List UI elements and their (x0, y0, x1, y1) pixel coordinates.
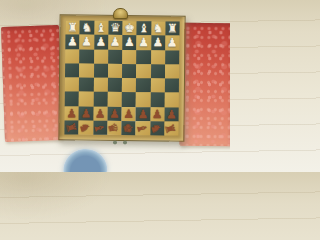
white-piece-R[interactable]: ♜ (167, 23, 178, 35)
square-r5c2[interactable] (79, 78, 93, 92)
square-r4c1[interactable] (65, 63, 79, 77)
square-r2c7[interactable]: ♟ (151, 36, 165, 50)
red-piece-P[interactable]: ♟ (66, 107, 77, 119)
square-r5c8[interactable] (165, 78, 179, 92)
square-r7c2[interactable]: ♟ (79, 106, 93, 120)
square-r4c7[interactable] (150, 64, 164, 78)
red-piece-P[interactable]: ♟ (109, 107, 120, 119)
square-r3c5[interactable] (122, 50, 136, 64)
square-r3c6[interactable] (136, 50, 150, 64)
red-piece-P[interactable]: ♟ (81, 107, 92, 119)
square-r8c8[interactable]: ♜ (164, 121, 178, 135)
square-r2c3[interactable]: ♟ (94, 35, 108, 49)
red-piece-R[interactable]: ♜ (163, 122, 177, 136)
white-piece-Q[interactable]: ♛ (110, 22, 121, 34)
white-piece-R[interactable]: ♜ (67, 22, 78, 34)
red-piece-P[interactable]: ♟ (95, 107, 106, 119)
square-r5c1[interactable] (65, 77, 79, 91)
square-r2c1[interactable]: ♟ (65, 35, 79, 49)
red-piece-K[interactable]: ♚ (120, 121, 134, 135)
red-piece-B[interactable]: ♝ (92, 121, 106, 135)
square-r6c3[interactable] (93, 92, 107, 106)
brass-latch[interactable] (113, 8, 128, 19)
square-r1c4[interactable]: ♛ (108, 21, 122, 35)
white-piece-N[interactable]: ♞ (153, 22, 164, 34)
square-r4c4[interactable] (108, 64, 122, 78)
square-r3c2[interactable] (79, 49, 93, 63)
square-r7c6[interactable]: ♟ (136, 107, 150, 121)
red-piece-R[interactable]: ♜ (63, 121, 77, 135)
square-r3c4[interactable] (108, 49, 122, 63)
square-r4c5[interactable] (122, 64, 136, 78)
square-r5c7[interactable] (150, 78, 164, 92)
red-brocade-panel-right (179, 23, 230, 146)
red-piece-P[interactable]: ♟ (166, 108, 177, 120)
red-piece-P[interactable]: ♟ (138, 108, 149, 120)
square-r2c2[interactable]: ♟ (80, 35, 94, 49)
square-r6c1[interactable] (65, 92, 79, 106)
square-r5c5[interactable] (122, 78, 136, 92)
square-r3c8[interactable] (165, 50, 179, 64)
square-r1c2[interactable]: ♞ (80, 21, 94, 35)
square-r6c4[interactable] (107, 92, 121, 106)
white-piece-P[interactable]: ♟ (96, 36, 107, 48)
square-r7c1[interactable]: ♟ (65, 106, 79, 120)
square-r2c5[interactable]: ♟ (122, 35, 136, 49)
square-r1c8[interactable]: ♜ (165, 21, 179, 35)
square-r7c7[interactable]: ♟ (150, 107, 164, 121)
red-piece-P[interactable]: ♟ (152, 108, 163, 120)
square-r4c3[interactable] (94, 63, 108, 77)
white-piece-N[interactable]: ♞ (81, 22, 92, 34)
square-r1c5[interactable]: ♚ (122, 21, 136, 35)
square-r3c1[interactable] (65, 49, 79, 63)
chess-board-grid: ♜♞♝♛♚♝♞♜♟♟♟♟♟♟♟♟♟♟♟♟♟♟♟♟♜♞♝♛♚♝♞♜ (64, 20, 179, 135)
square-r7c5[interactable]: ♟ (122, 106, 136, 120)
square-r1c1[interactable]: ♜ (65, 20, 79, 34)
red-piece-P[interactable]: ♟ (123, 108, 134, 120)
red-piece-B[interactable]: ♝ (135, 122, 149, 136)
white-piece-P[interactable]: ♟ (138, 37, 149, 49)
white-piece-K[interactable]: ♚ (124, 22, 135, 34)
white-piece-B[interactable]: ♝ (96, 22, 107, 34)
square-r6c6[interactable] (136, 92, 150, 106)
white-piece-P[interactable]: ♟ (153, 37, 164, 49)
square-r6c8[interactable] (164, 93, 178, 107)
square-r7c8[interactable]: ♟ (164, 107, 178, 121)
square-r8c4[interactable]: ♛ (107, 121, 121, 135)
square-r3c3[interactable] (94, 49, 108, 63)
red-brocade-panel-left (1, 25, 63, 142)
square-r1c6[interactable]: ♝ (137, 21, 151, 35)
square-r5c4[interactable] (108, 78, 122, 92)
square-r7c3[interactable]: ♟ (93, 106, 107, 120)
square-r6c2[interactable] (79, 92, 93, 106)
square-r4c8[interactable] (165, 64, 179, 78)
white-piece-P[interactable]: ♟ (124, 36, 135, 48)
red-piece-N[interactable]: ♞ (78, 121, 92, 135)
red-piece-N[interactable]: ♞ (149, 122, 163, 136)
square-r6c7[interactable] (150, 93, 164, 107)
square-r3c7[interactable] (151, 50, 165, 64)
red-piece-Q[interactable]: ♛ (106, 121, 120, 135)
square-r4c2[interactable] (79, 63, 93, 77)
square-r2c4[interactable]: ♟ (108, 35, 122, 49)
square-r1c3[interactable]: ♝ (94, 21, 108, 35)
brass-hinges-icon (112, 140, 129, 145)
white-piece-P[interactable]: ♟ (167, 37, 178, 49)
square-r5c3[interactable] (93, 78, 107, 92)
square-r2c6[interactable]: ♟ (137, 35, 151, 49)
square-r6c5[interactable] (122, 92, 136, 106)
square-r2c8[interactable]: ♟ (165, 36, 179, 50)
white-piece-P[interactable]: ♟ (67, 36, 78, 48)
square-r4c6[interactable] (136, 64, 150, 78)
square-r1c7[interactable]: ♞ (151, 21, 165, 35)
white-piece-P[interactable]: ♟ (110, 36, 121, 48)
white-piece-B[interactable]: ♝ (138, 22, 149, 34)
square-r5c6[interactable] (136, 78, 150, 92)
square-r7c4[interactable]: ♟ (107, 106, 121, 120)
white-piece-P[interactable]: ♟ (81, 36, 92, 48)
chess-board: ♜♞♝♛♚♝♞♜♟♟♟♟♟♟♟♟♟♟♟♟♟♟♟♟♜♞♝♛♚♝♞♜ (58, 14, 185, 141)
